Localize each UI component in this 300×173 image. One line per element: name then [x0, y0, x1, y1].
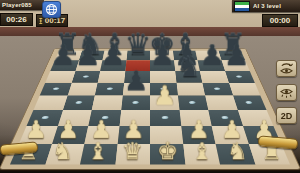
2d-label: 2D: [281, 111, 293, 121]
square-f1[interactable]: ♝: [183, 144, 220, 165]
eye-toggle-button[interactable]: [276, 84, 297, 101]
square-f6[interactable]: ♞: [175, 71, 202, 83]
player-main-timer: 00:26: [0, 13, 33, 26]
square-c5[interactable]: [95, 83, 124, 96]
square-f5[interactable]: [176, 83, 205, 96]
square-c4[interactable]: [92, 95, 123, 109]
square-stud: [214, 88, 221, 91]
square-e4[interactable]: ♟: [150, 95, 179, 109]
square-d4[interactable]: [121, 95, 150, 109]
piece-black-pawn-a7[interactable]: ♟: [50, 41, 76, 70]
piece-black-pawn-e7[interactable]: ♟: [149, 41, 175, 70]
square-d5[interactable]: ♟: [122, 83, 150, 96]
square-c1[interactable]: ♝: [80, 144, 117, 165]
piece-white-knight-g1[interactable]: ♞: [227, 139, 248, 163]
square-e1[interactable]: ♚: [150, 144, 185, 165]
piece-white-bishop-f1[interactable]: ♝: [192, 139, 213, 163]
piece-black-pawn-g7[interactable]: ♟: [199, 41, 225, 70]
board[interactable]: ♜♞♝♛♚♝♜♟♟♟♟♟♟♟♞♟♟♟♟♟♟♟♟♟♜♞♝♛♚♝♞♜: [0, 49, 300, 169]
piece-white-bishop-c1[interactable]: ♝: [87, 139, 108, 163]
player-banner: Player085: [0, 0, 44, 10]
square-b7[interactable]: ♟: [75, 60, 102, 71]
game-screen: ♜♞♝♛♚♝♜♟♟♟♟♟♟♟♞♟♟♟♟♟♟♟♟♟♜♞♝♛♚♝♞♜ Player0…: [0, 0, 300, 173]
square-d8[interactable]: ♛: [126, 51, 150, 61]
piece-black-knight-f6[interactable]: ♞: [176, 53, 201, 81]
square-stud: [83, 75, 89, 77]
square-h5[interactable]: [229, 83, 261, 96]
square-f4[interactable]: [178, 95, 209, 109]
square-g5[interactable]: [202, 83, 232, 96]
square-b5[interactable]: [67, 83, 97, 96]
hourglass-icon: [39, 18, 43, 24]
square-b6[interactable]: [71, 71, 100, 83]
square-b4[interactable]: [63, 95, 95, 109]
globe-icon: [45, 3, 58, 16]
square-d1[interactable]: ♛: [115, 144, 150, 165]
square-c6[interactable]: [98, 71, 125, 83]
square-h7[interactable]: ♟: [221, 60, 249, 71]
piece-white-king-e1[interactable]: ♚: [157, 139, 178, 163]
ai-name: AI 3 level: [253, 3, 281, 9]
piece-black-pawn-d5[interactable]: ♟: [124, 67, 149, 95]
2d-toggle-button[interactable]: 2D: [276, 107, 297, 124]
square-h6[interactable]: [225, 71, 255, 83]
ai-main-timer: 00:00: [262, 14, 298, 27]
piece-black-pawn-b7[interactable]: ♟: [75, 41, 101, 70]
square-stud: [106, 88, 112, 91]
eye-rotate-icon: [279, 62, 294, 75]
ai-flag-icon: [234, 1, 250, 12]
player-name: Player085: [2, 2, 32, 8]
square-h4[interactable]: [233, 95, 267, 109]
piece-black-pawn-h7[interactable]: ♟: [224, 41, 250, 70]
piece-white-queen-d1[interactable]: ♛: [122, 139, 143, 163]
square-stud: [236, 75, 243, 77]
square-g6[interactable]: [200, 71, 229, 83]
square-stud: [245, 101, 252, 104]
piece-black-pawn-c7[interactable]: ♟: [100, 41, 126, 70]
piece-white-pawn-e4[interactable]: ♟: [153, 82, 177, 109]
square-c7[interactable]: ♟: [100, 60, 126, 71]
square-stud: [189, 101, 196, 104]
eye-icon: [279, 86, 294, 99]
square-stud: [52, 88, 59, 91]
view-rotate-button[interactable]: [276, 60, 297, 77]
ai-banner: AI 3 level: [232, 0, 300, 12]
square-stud: [76, 101, 83, 104]
globe-button[interactable]: [42, 1, 61, 18]
square-g7[interactable]: ♟: [198, 60, 225, 71]
square-b1[interactable]: ♞: [45, 144, 84, 165]
piece-white-knight-b1[interactable]: ♞: [52, 139, 73, 163]
square-e3[interactable]: [150, 110, 181, 126]
square-stud: [133, 101, 140, 104]
square-stud: [162, 116, 169, 119]
square-e7[interactable]: ♟: [150, 60, 175, 71]
piece-black-queen-d8[interactable]: ♛: [125, 30, 152, 60]
